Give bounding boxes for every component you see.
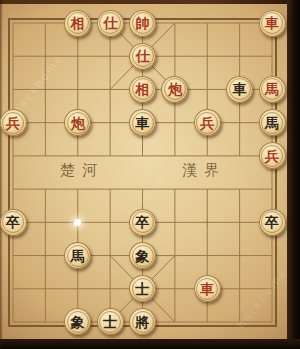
piece-label: 士 (103, 315, 117, 329)
piece-label: 相 (71, 16, 85, 30)
piece-black-卒[interactable]: 卒 (259, 209, 286, 236)
board[interactable]: 相仕帥車仕相炮馬兵炮兵兵車車車馬卒卒卒馬象士象士將 (0, 6, 288, 338)
piece-black-卒[interactable]: 卒 (129, 209, 156, 236)
piece-label: 馬 (265, 82, 279, 96)
piece-red-仕[interactable]: 仕 (129, 43, 156, 70)
piece-red-帥[interactable]: 帥 (129, 10, 156, 37)
piece-red-相[interactable]: 相 (64, 10, 91, 37)
piece-label: 帥 (136, 16, 150, 30)
piece-black-象[interactable]: 象 (129, 242, 156, 269)
piece-black-將[interactable]: 將 (129, 308, 156, 335)
piece-label: 車 (200, 282, 214, 296)
piece-label: 卒 (265, 215, 279, 229)
piece-label: 馬 (71, 249, 85, 263)
piece-label: 將 (136, 315, 150, 329)
piece-label: 兵 (265, 149, 279, 163)
piece-label: 兵 (6, 116, 20, 130)
piece-red-炮[interactable]: 炮 (64, 109, 91, 136)
piece-black-車[interactable]: 車 (226, 76, 253, 103)
piece-black-士[interactable]: 士 (129, 275, 156, 302)
piece-label: 炮 (71, 116, 85, 130)
piece-label: 車 (136, 116, 150, 130)
piece-label: 相 (136, 82, 150, 96)
move-indicator-dot[interactable] (74, 219, 81, 226)
piece-red-相[interactable]: 相 (129, 76, 156, 103)
piece-label: 象 (136, 249, 150, 263)
piece-label: 兵 (200, 116, 214, 130)
piece-label: 卒 (6, 215, 20, 229)
piece-label: 車 (265, 16, 279, 30)
piece-black-馬[interactable]: 馬 (259, 109, 286, 136)
piece-black-象[interactable]: 象 (64, 308, 91, 335)
piece-label: 象 (71, 315, 85, 329)
piece-red-馬[interactable]: 馬 (259, 76, 286, 103)
piece-red-車[interactable]: 車 (194, 275, 221, 302)
table-edge-right (287, 0, 300, 349)
piece-label: 士 (136, 282, 150, 296)
piece-red-兵[interactable]: 兵 (194, 109, 221, 136)
piece-black-士[interactable]: 士 (97, 308, 124, 335)
piece-red-炮[interactable]: 炮 (161, 76, 188, 103)
piece-black-馬[interactable]: 馬 (64, 242, 91, 269)
table-edge-bottom (0, 339, 300, 349)
piece-label: 仕 (103, 16, 117, 30)
piece-black-卒[interactable]: 卒 (0, 209, 27, 236)
piece-red-兵[interactable]: 兵 (0, 109, 27, 136)
piece-label: 仕 (136, 49, 150, 63)
piece-red-仕[interactable]: 仕 (97, 10, 124, 37)
piece-label: 炮 (168, 82, 182, 96)
piece-black-車[interactable]: 車 (129, 109, 156, 136)
piece-label: 車 (233, 82, 247, 96)
table-edge-top (0, 0, 300, 4)
piece-red-車[interactable]: 車 (259, 10, 286, 37)
piece-red-兵[interactable]: 兵 (259, 142, 286, 169)
piece-label: 馬 (265, 116, 279, 130)
piece-label: 卒 (136, 215, 150, 229)
xiangqi-app-window: 楚河 漢界 hackhome hackhome hackhome 相仕帥車仕相炮… (0, 0, 300, 349)
